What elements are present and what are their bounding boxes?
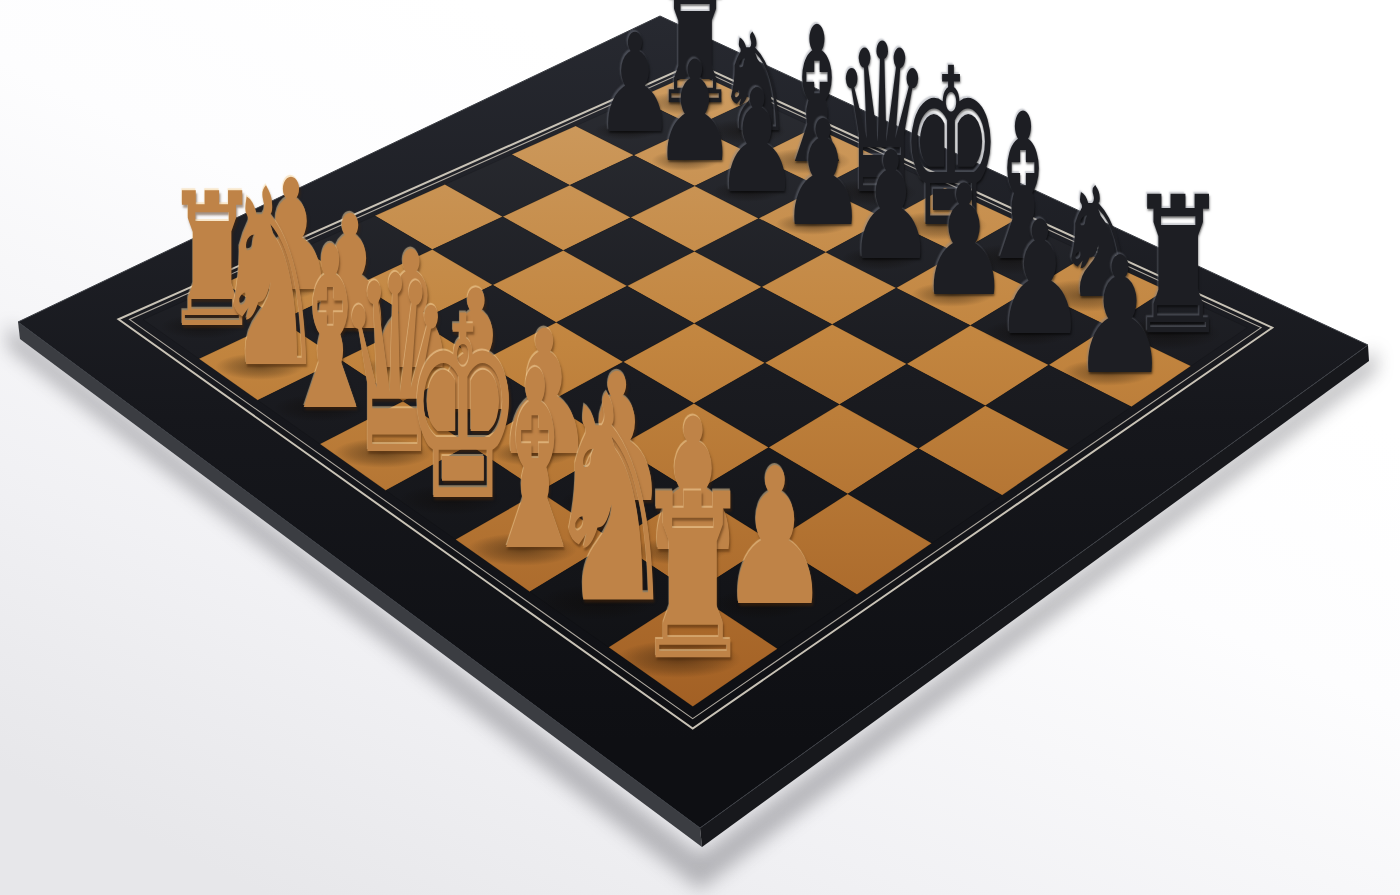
- piece-white-rook-h1[interactable]: ♜: [634, 464, 753, 693]
- piece-black-pawn-h7[interactable]: ♟: [1072, 236, 1168, 398]
- scene: ♜♞♝♛♚♝♞♜♟♟♟♟♟♟♟♟♟♟♟♟♟♟♟♟♜♞♝♛♚♝♞♜: [0, 0, 1400, 895]
- pieces-layer: ♜♞♝♛♚♝♞♜♟♟♟♟♟♟♟♟♟♟♟♟♟♟♟♟♜♞♝♛♚♝♞♜: [0, 0, 1400, 895]
